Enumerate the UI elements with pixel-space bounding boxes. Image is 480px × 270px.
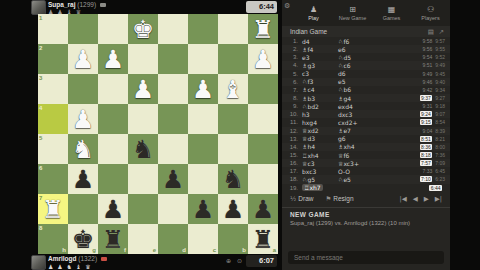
white-move-time: 7:57 xyxy=(420,160,433,166)
expand-icon[interactable]: ↗ xyxy=(439,28,444,36)
app-window: Supa_raj (1299) ♟ ♟ ♝ ♛ 6:44 1♚♜2♟♟♟3♟♟♝… xyxy=(0,0,480,270)
square-f5[interactable] xyxy=(98,134,128,164)
square-f8[interactable]: f♜ xyxy=(98,224,128,254)
flag-icon xyxy=(100,3,106,7)
black-move[interactable]: ♕f6 xyxy=(338,152,374,159)
square-h4[interactable]: 4 xyxy=(38,104,68,134)
white-move-time: 9:58 xyxy=(423,38,433,44)
top-player-clock: 6:44 xyxy=(246,1,277,13)
white-move[interactable]: d4 xyxy=(302,38,338,45)
black-move[interactable]: ♘f6 xyxy=(338,38,374,45)
square-e6[interactable] xyxy=(128,164,158,194)
square-c3[interactable]: ♟ xyxy=(188,74,218,104)
top-player-name[interactable]: Supa_raj (1299) xyxy=(48,1,106,8)
move-navigation: |◀ ◀ ▶ ▶| xyxy=(400,195,442,203)
move-times: 9:048:39 xyxy=(423,128,445,134)
players-icon: ⚇ xyxy=(427,5,434,14)
opening-name-row: Indian Game ▤ ↗ xyxy=(282,26,450,37)
move-times: 7:106:23 xyxy=(420,176,445,182)
piece-white-pawn-e3[interactable]: ♟ xyxy=(128,74,158,104)
move-number: 16. xyxy=(287,160,298,166)
piece-black-king-g8[interactable]: ♚ xyxy=(68,224,98,254)
next-move-icon[interactable]: ▶ xyxy=(424,195,429,203)
black-move-time: 9:27 xyxy=(435,95,445,101)
white-move-text[interactable]: ♗g3 xyxy=(302,62,315,69)
rank-label-4: 4 xyxy=(39,105,42,111)
black-move-time: 9:49 xyxy=(435,62,445,68)
white-move-time: 9:15 xyxy=(420,119,433,125)
white-move[interactable]: ♗g3 xyxy=(302,62,338,69)
square-b8[interactable]: b xyxy=(218,224,248,254)
resign-button[interactable]: ⚑Resign xyxy=(325,195,353,203)
black-move[interactable]: e6 xyxy=(338,46,374,53)
white-move-text[interactable]: e3 xyxy=(302,54,310,61)
piece-white-pawn-a2[interactable]: ♟ xyxy=(248,44,278,74)
square-e5[interactable]: ♞ xyxy=(128,134,158,164)
white-move-text[interactable]: ♘g5 xyxy=(302,176,315,183)
move-number: 1. xyxy=(287,38,298,44)
move-list: 1.d4♘f69:589:572.♗f4e69:569:553.e3♘d59:5… xyxy=(282,37,450,192)
white-move[interactable]: e3 xyxy=(302,54,338,61)
white-move-time: 9:04 xyxy=(423,128,433,134)
square-d6[interactable]: ♟ xyxy=(158,164,188,194)
square-c4[interactable] xyxy=(188,104,218,134)
piece-white-bishop-b3[interactable]: ♝ xyxy=(218,74,248,104)
square-b5[interactable] xyxy=(218,134,248,164)
move-number: 4. xyxy=(287,62,298,68)
square-h6[interactable]: 6 xyxy=(38,164,68,194)
move-number: 18. xyxy=(287,176,298,182)
black-move[interactable]: ♕xc3+ xyxy=(338,160,374,167)
white-move-text[interactable]: c3 xyxy=(302,70,309,77)
resign-flag-icon: ⚑ xyxy=(325,195,331,203)
move-times: 9:519:49 xyxy=(423,62,445,68)
move-times: 7:577:09 xyxy=(420,160,445,166)
black-move-time: 9:55 xyxy=(435,46,445,52)
move-number: 13. xyxy=(287,136,298,142)
white-move[interactable]: hxg4 xyxy=(302,119,338,126)
white-move[interactable]: ♕d3 xyxy=(302,135,338,142)
move-row-15: 15.♖xh4♕f68:187:36 xyxy=(282,151,450,159)
prev-move-icon[interactable]: ◀ xyxy=(413,195,418,203)
move-number: 10. xyxy=(287,111,298,117)
white-move-time: 7:33 xyxy=(423,168,433,174)
move-number: 5. xyxy=(287,71,298,77)
square-d4[interactable] xyxy=(158,104,188,134)
square-b1[interactable] xyxy=(218,14,248,44)
piece-black-knight-b6[interactable]: ♞ xyxy=(218,164,248,194)
tab-play[interactable]: ♟ Play xyxy=(294,0,333,26)
black-move-time: 8:21 xyxy=(435,136,445,142)
tab-players[interactable]: ⚇ Players xyxy=(411,0,450,26)
move-times: 9:379:27 xyxy=(420,95,445,101)
piece-white-pawn-c3[interactable]: ♟ xyxy=(188,74,218,104)
move-times: 9:549:52 xyxy=(423,54,445,60)
black-move-time: 9:40 xyxy=(435,79,445,85)
white-move[interactable]: ♘bd2 xyxy=(302,103,338,110)
file-label-b: b xyxy=(242,247,246,253)
move-row-2: 2.♗f4e69:569:55 xyxy=(282,45,450,53)
top-player-bar: Supa_raj (1299) ♟ ♟ ♝ ♛ 6:44 xyxy=(30,0,278,14)
white-move[interactable]: c3 xyxy=(302,70,338,77)
white-move-time: 9:24 xyxy=(420,111,433,117)
rank-label-5: 5 xyxy=(39,135,42,141)
white-move-text[interactable]: ♕xd2 xyxy=(302,127,319,134)
black-move-time: 9:45 xyxy=(435,71,445,77)
top-player-rating: (1299) xyxy=(77,1,96,8)
white-move-time: 9:46 xyxy=(423,79,433,85)
black-move-time: 8:39 xyxy=(435,128,445,134)
tab-games[interactable]: ▦ Games xyxy=(372,0,411,26)
square-e1[interactable]: ♚ xyxy=(128,14,158,44)
move-times: 9:158:54 xyxy=(420,119,445,125)
white-move-time: 9:54 xyxy=(423,54,433,60)
black-move-time: 9:57 xyxy=(435,38,445,44)
square-g1[interactable] xyxy=(68,14,98,44)
game-controls: ½Draw ⚑Resign |◀ ◀ ▶ ▶| xyxy=(282,192,450,206)
white-move-text[interactable]: ♗f4 xyxy=(302,46,313,53)
bottom-captured-pieces: ♟ ♟ ♞ ♝ ♛ xyxy=(48,263,92,270)
black-move[interactable]: exd4 xyxy=(338,103,374,110)
square-h1[interactable]: 1 xyxy=(38,14,68,44)
move-number: 12. xyxy=(287,128,298,134)
add-time-icon[interactable]: ⊕ ⊙ xyxy=(226,257,244,264)
white-move[interactable]: ♖xh4 xyxy=(302,152,338,159)
tab-new-game[interactable]: ⊞ New Game xyxy=(333,0,372,26)
panel-tabs: ♟ Play ⊞ New Game ▦ Games ⚇ Players xyxy=(282,0,450,26)
move-number: 9. xyxy=(287,103,298,109)
move-number: 3. xyxy=(287,54,298,60)
white-move-time: 8:18 xyxy=(420,152,433,158)
file-label-c: c xyxy=(213,247,216,253)
square-h3[interactable]: 3 xyxy=(38,74,68,104)
white-move-text[interactable]: ♕c3 xyxy=(302,160,315,167)
square-d5[interactable] xyxy=(158,134,188,164)
opening-book-icon[interactable]: ▤ xyxy=(428,28,434,36)
white-move-time: 6:44 xyxy=(429,185,442,191)
games-icon: ▦ xyxy=(388,5,396,14)
piece-white-king-e1[interactable]: ♚ xyxy=(128,14,158,44)
square-e7[interactable] xyxy=(128,194,158,224)
white-move-text[interactable]: hxg4 xyxy=(302,119,317,126)
move-times: 6:44 xyxy=(429,185,445,191)
square-b6[interactable]: ♞ xyxy=(218,164,248,194)
white-move-time: 9:31 xyxy=(423,103,433,109)
move-times: 9:249:07 xyxy=(420,111,445,117)
move-number: 6. xyxy=(287,79,298,85)
avatar[interactable] xyxy=(31,255,46,270)
black-move[interactable]: ♗e7 xyxy=(338,127,374,134)
square-d8[interactable]: d xyxy=(158,224,188,254)
move-row-1: 1.d4♘f69:589:57 xyxy=(282,37,450,45)
piece-black-knight-e5[interactable]: ♞ xyxy=(128,134,158,164)
move-number: 19. xyxy=(287,185,298,191)
move-row-3: 3.e3♘d59:549:52 xyxy=(282,53,450,61)
move-row-17: 17.bxc3O-O7:336:45 xyxy=(282,167,450,175)
black-move-time: 9:18 xyxy=(435,103,445,109)
chat-message-input[interactable] xyxy=(288,251,444,264)
piece-white-pawn-g4[interactable]: ♟ xyxy=(68,104,98,134)
black-move-time: 8:54 xyxy=(435,119,445,125)
bottom-player-clock: 6:07 xyxy=(246,255,277,267)
square-a5[interactable] xyxy=(248,134,278,164)
square-g4[interactable]: ♟ xyxy=(68,104,98,134)
piece-black-rook-a8[interactable]: ♜ xyxy=(248,224,278,254)
black-move[interactable]: e5 xyxy=(338,78,374,85)
square-a8[interactable]: a♜ xyxy=(248,224,278,254)
divider xyxy=(282,207,450,208)
white-move[interactable]: ♕c3 xyxy=(302,160,338,167)
square-f7[interactable]: ♟ xyxy=(98,194,128,224)
piece-white-pawn-g2[interactable]: ♟ xyxy=(68,44,98,74)
move-number: 2. xyxy=(287,46,298,52)
black-move-time: 6:45 xyxy=(435,168,445,174)
black-move[interactable]: ♗g4 xyxy=(338,95,374,102)
square-g8[interactable]: g♚ xyxy=(68,224,98,254)
square-b3[interactable]: ♝ xyxy=(218,74,248,104)
square-c8[interactable]: c xyxy=(188,224,218,254)
black-move[interactable]: ♘b6 xyxy=(338,86,374,93)
piece-black-rook-f8[interactable]: ♜ xyxy=(98,224,128,254)
move-times: 7:336:45 xyxy=(423,168,445,174)
white-move-text[interactable]: ♗c4 xyxy=(302,86,315,93)
square-f3[interactable] xyxy=(98,74,128,104)
square-a7[interactable]: ♟ xyxy=(248,194,278,224)
square-g6[interactable]: ♟ xyxy=(68,164,98,194)
square-g5[interactable]: ♞ xyxy=(68,134,98,164)
square-d7[interactable] xyxy=(158,194,188,224)
square-h5[interactable]: 5 xyxy=(38,134,68,164)
piece-white-knight-g5[interactable]: ♞ xyxy=(68,134,98,164)
white-move[interactable]: h3 xyxy=(302,111,338,118)
square-g3[interactable] xyxy=(68,74,98,104)
piece-black-pawn-d6[interactable]: ♟ xyxy=(158,164,188,194)
move-times: 9:319:18 xyxy=(423,103,445,109)
move-row-10: 10.h3dxc39:249:07 xyxy=(282,110,450,118)
move-number: 17. xyxy=(287,168,298,174)
file-label-e: e xyxy=(153,247,156,253)
move-times: 9:499:45 xyxy=(423,71,445,77)
black-move-time: 6:23 xyxy=(435,176,445,182)
square-d1[interactable] xyxy=(158,14,188,44)
new-game-header: NEW GAME xyxy=(290,211,330,218)
move-row-18: 18.♘g5♘e57:106:23 xyxy=(282,175,450,183)
move-row-19: 19.♖xh76:44 xyxy=(282,184,450,192)
square-d2[interactable] xyxy=(158,44,188,74)
white-move[interactable]: ♘f3 xyxy=(302,78,338,85)
black-move[interactable]: ♗xh4 xyxy=(338,143,374,150)
move-number: 11. xyxy=(287,119,298,125)
move-number: 15. xyxy=(287,152,298,158)
move-row-14: 14.♗h4♗xh48:368:00 xyxy=(282,143,450,151)
square-c2[interactable] xyxy=(188,44,218,74)
move-number: 7. xyxy=(287,87,298,93)
chess-board: 1♚♜2♟♟♟3♟♟♝4♟5♞♞6♟♟♞7♜♟♟♟♟8hg♚f♜edcba♜ xyxy=(38,14,278,254)
rank-label-3: 3 xyxy=(39,75,42,81)
square-f2[interactable]: ♟ xyxy=(98,44,128,74)
black-move-time: 9:07 xyxy=(435,111,445,117)
white-move-time: 9:56 xyxy=(423,46,433,52)
new-game-icon: ⊞ xyxy=(349,5,356,14)
piece-black-pawn-b7[interactable]: ♟ xyxy=(218,194,248,224)
white-move-time: 9:51 xyxy=(423,62,433,68)
rank-label-1: 1 xyxy=(39,15,42,21)
white-move-time: 7:10 xyxy=(420,176,433,182)
opening-name: Indian Game xyxy=(290,28,327,35)
square-h7[interactable]: 7♜ xyxy=(38,194,68,224)
square-a3[interactable] xyxy=(248,74,278,104)
piece-black-pawn-a7[interactable]: ♟ xyxy=(248,194,278,224)
white-move[interactable]: ♗b3 xyxy=(302,95,338,102)
move-row-5: 5.c3d69:499:45 xyxy=(282,70,450,78)
rank-label-8: 8 xyxy=(39,225,42,231)
piece-white-pawn-f2[interactable]: ♟ xyxy=(98,44,128,74)
square-a2[interactable]: ♟ xyxy=(248,44,278,74)
settings-gear-icon[interactable]: ⚙ xyxy=(284,2,290,10)
white-move-time: 8:36 xyxy=(420,144,433,150)
move-number: 8. xyxy=(287,95,298,101)
white-move-time: 9:37 xyxy=(420,95,433,101)
white-move[interactable]: bxc3 xyxy=(302,168,338,175)
white-move-time: 9:42 xyxy=(423,87,433,93)
square-h2[interactable]: 2 xyxy=(38,44,68,74)
square-d3[interactable] xyxy=(158,74,188,104)
draw-button[interactable]: ½Draw xyxy=(290,195,313,203)
black-move-time: 7:36 xyxy=(435,152,445,158)
square-b4[interactable] xyxy=(218,104,248,134)
white-move-text[interactable]: ♘f3 xyxy=(302,78,313,85)
white-move[interactable]: ♖xh7 xyxy=(302,184,338,191)
square-b2[interactable] xyxy=(218,44,248,74)
black-move[interactable]: g6 xyxy=(338,135,374,142)
black-move-time: 9:34 xyxy=(435,87,445,93)
black-move[interactable]: ♘d5 xyxy=(338,54,374,61)
rank-label-2: 2 xyxy=(39,45,42,51)
half-point-icon: ½ xyxy=(290,195,296,203)
white-move-text[interactable]: ♕d3 xyxy=(302,135,315,142)
file-label-h: h xyxy=(62,247,66,253)
white-move-text[interactable]: bxc3 xyxy=(302,168,316,175)
white-move[interactable]: ♗f4 xyxy=(302,46,338,53)
piece-white-rook-h7[interactable]: ♜ xyxy=(38,194,68,224)
move-row-13: 13.♕d3g68:518:21 xyxy=(282,135,450,143)
move-row-4: 4.♗g3♘c69:519:49 xyxy=(282,61,450,69)
avatar[interactable] xyxy=(31,0,46,15)
white-move[interactable]: ♗c4 xyxy=(302,86,338,93)
square-a6[interactable] xyxy=(248,164,278,194)
move-row-12: 12.♕xd2♗e79:048:39 xyxy=(282,127,450,135)
move-times: 9:569:55 xyxy=(423,46,445,52)
white-move-text[interactable]: ♘bd2 xyxy=(302,103,319,110)
piece-black-pawn-f7[interactable]: ♟ xyxy=(98,194,128,224)
move-times: 8:518:21 xyxy=(420,136,445,142)
square-a4[interactable] xyxy=(248,104,278,134)
move-times: 9:469:40 xyxy=(423,79,445,85)
file-label-d: d xyxy=(182,247,186,253)
bottom-player-name[interactable]: Amrilogd (1322) xyxy=(48,255,107,262)
move-number: 14. xyxy=(287,144,298,150)
last-move-icon[interactable]: ▶| xyxy=(435,195,442,203)
square-c6[interactable] xyxy=(188,164,218,194)
square-h8[interactable]: 8h xyxy=(38,224,68,254)
square-f1[interactable] xyxy=(98,14,128,44)
black-move[interactable]: ♘e5 xyxy=(338,176,374,183)
square-c7[interactable]: ♟ xyxy=(188,194,218,224)
play-pawn-icon: ♟ xyxy=(310,5,317,14)
white-move[interactable]: ♘g5 xyxy=(302,176,338,183)
square-e8[interactable]: e xyxy=(128,224,158,254)
bottom-player-rating: (1322) xyxy=(78,255,97,262)
black-move[interactable]: cxd2+ xyxy=(338,119,374,126)
move-times: 9:589:57 xyxy=(423,38,445,44)
piece-black-pawn-g6[interactable]: ♟ xyxy=(68,164,98,194)
white-move-text[interactable]: ♖xh4 xyxy=(302,152,319,159)
rank-label-6: 6 xyxy=(39,165,42,171)
square-e4[interactable] xyxy=(128,104,158,134)
white-move-text[interactable]: d4 xyxy=(302,38,310,45)
white-move-text[interactable]: ♗b3 xyxy=(302,95,315,102)
square-c5[interactable] xyxy=(188,134,218,164)
white-move-time: 8:51 xyxy=(420,136,433,142)
white-move-time: 9:49 xyxy=(423,71,433,77)
square-g7[interactable] xyxy=(68,194,98,224)
square-e3[interactable]: ♟ xyxy=(128,74,158,104)
flag-icon xyxy=(101,257,107,261)
move-times: 8:368:00 xyxy=(420,144,445,150)
black-move[interactable]: dxc3 xyxy=(338,111,374,118)
square-g2[interactable]: ♟ xyxy=(68,44,98,74)
black-move[interactable]: O-O xyxy=(338,168,374,175)
move-times: 8:187:36 xyxy=(420,152,445,158)
white-move[interactable]: ♕xd2 xyxy=(302,127,338,134)
move-row-8: 8.♗b3♗g49:379:27 xyxy=(282,94,450,102)
square-a1[interactable]: ♜ xyxy=(248,14,278,44)
black-move-time: 8:00 xyxy=(435,144,445,150)
piece-black-pawn-c7[interactable]: ♟ xyxy=(188,194,218,224)
white-move-text[interactable]: h3 xyxy=(302,111,310,118)
square-f6[interactable] xyxy=(98,164,128,194)
move-row-16: 16.♕c3♕xc3+7:577:09 xyxy=(282,159,450,167)
black-move[interactable]: d6 xyxy=(338,70,374,77)
new-game-matchup: Supa_raj (1299) vs. Amrilogd (1322) (10 … xyxy=(290,220,442,228)
move-row-7: 7.♗c4♘b69:429:34 xyxy=(282,86,450,94)
move-row-6: 6.♘f3e59:469:40 xyxy=(282,78,450,86)
move-row-11: 11.hxg4cxd2+9:158:54 xyxy=(282,118,450,126)
bottom-player-bar: Amrilogd (1322) ♟ ♟ ♞ ♝ ♛ ⊕ ⊙ 6:07 xyxy=(30,254,278,270)
side-panel: ⚙ ♟ Play ⊞ New Game ▦ Games ⚇ Players In… xyxy=(282,0,450,270)
square-e2[interactable] xyxy=(128,44,158,74)
black-move[interactable]: ♘c6 xyxy=(338,62,374,69)
white-move[interactable]: ♗h4 xyxy=(302,143,338,150)
square-b7[interactable]: ♟ xyxy=(218,194,248,224)
square-c1[interactable] xyxy=(188,14,218,44)
black-move-time: 9:52 xyxy=(435,54,445,60)
black-move-time: 7:09 xyxy=(435,160,445,166)
move-row-9: 9.♘bd2exd49:319:18 xyxy=(282,102,450,110)
white-move-text[interactable]: ♖xh7 xyxy=(302,184,323,191)
piece-white-rook-a1[interactable]: ♜ xyxy=(248,14,278,44)
first-move-icon[interactable]: |◀ xyxy=(400,195,407,203)
white-move-text[interactable]: ♗h4 xyxy=(302,143,315,150)
square-f4[interactable] xyxy=(98,104,128,134)
move-times: 9:429:34 xyxy=(423,87,445,93)
